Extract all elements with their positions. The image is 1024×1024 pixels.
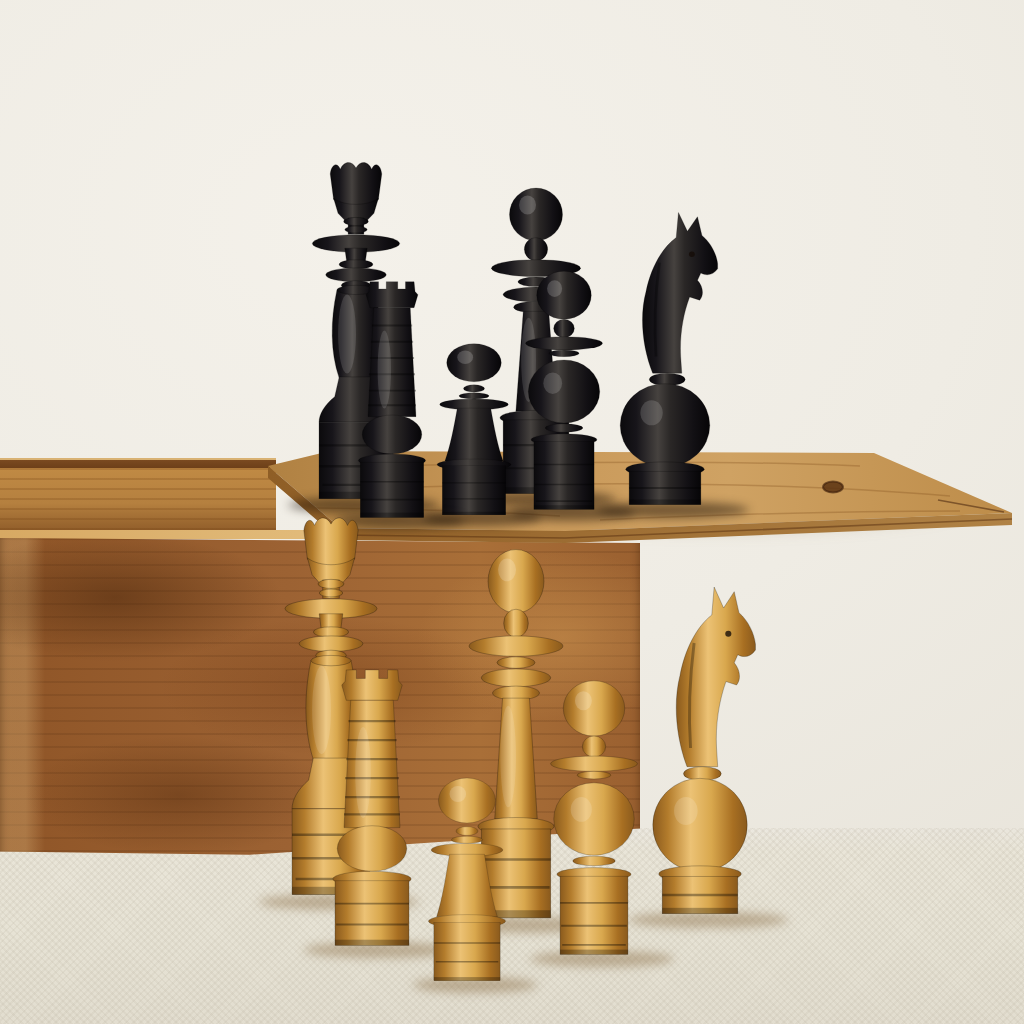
- chess-pieces-layer: ♚♝♞♟♜♟♔♘♗♖♙♙: [0, 0, 1024, 1024]
- white-knight-piece: ♘: [641, 573, 759, 923]
- black-pawn-small-piece: ♟: [430, 337, 518, 521]
- black-rook-piece: ♜: [344, 280, 440, 524]
- black-pawn-large-piece: ♟: [517, 267, 611, 516]
- white-pawn-small-piece: ♙: [421, 770, 513, 988]
- white-pawn-large-piece: ♙: [541, 676, 647, 962]
- photo-scene: ♚♝♞♟♜♟♔♘♗♖♙♙: [0, 0, 1024, 1024]
- white-rook-piece: ♖: [316, 668, 428, 953]
- black-knight-piece: ♞: [609, 200, 721, 513]
